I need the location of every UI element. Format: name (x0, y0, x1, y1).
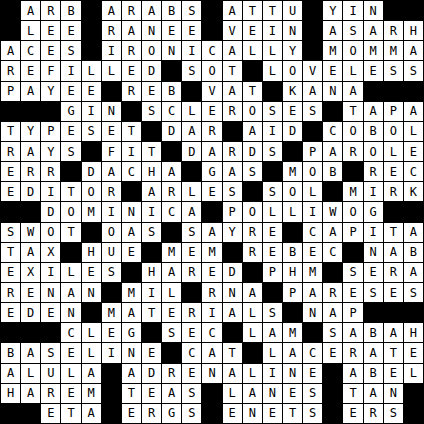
letter-cell-r11c8[interactable]: I (142, 202, 161, 221)
letter-cell-r9c6[interactable]: A (102, 162, 121, 181)
letter-cell-r5c4[interactable]: E (61, 82, 80, 101)
letter-cell-r2c12[interactable]: V (223, 21, 242, 40)
letter-cell-r6c8[interactable]: S (142, 102, 161, 121)
letter-cell-r2c21[interactable]: H (404, 21, 423, 40)
letter-cell-r6c19[interactable]: A (364, 102, 383, 121)
letter-cell-r11c15[interactable]: L (283, 202, 302, 221)
letter-cell-r6c12[interactable]: R (223, 102, 242, 121)
letter-cell-r4c10[interactable]: S (182, 61, 201, 80)
letter-cell-r6c14[interactable]: S (263, 102, 282, 121)
letter-cell-r20c8[interactable]: E (142, 384, 161, 403)
letter-cell-r11c5[interactable]: M (82, 202, 101, 221)
letter-cell-r16c10[interactable]: R (182, 303, 201, 322)
letter-cell-r14c12[interactable]: D (223, 263, 242, 282)
letter-cell-r14c4[interactable]: L (61, 263, 80, 282)
letter-cell-r2c18[interactable]: S (343, 21, 362, 40)
letter-cell-r16c16[interactable]: N (303, 303, 322, 322)
letter-cell-r14c10[interactable]: R (182, 263, 201, 282)
letter-cell-r14c5[interactable]: E (82, 263, 101, 282)
letter-cell-r1c2[interactable]: A (21, 1, 40, 20)
letter-cell-r13c17[interactable]: C (323, 243, 342, 262)
letter-cell-r5c13[interactable]: T (243, 82, 262, 101)
letter-cell-r10c20[interactable]: R (384, 182, 403, 201)
letter-cell-r9c15[interactable]: M (283, 162, 302, 181)
letter-cell-r19c7[interactable]: A (122, 364, 141, 383)
letter-cell-r19c19[interactable]: B (364, 364, 383, 383)
letter-cell-r13c15[interactable]: B (283, 243, 302, 262)
letter-cell-r5c3[interactable]: Y (41, 82, 60, 101)
letter-cell-r11c16[interactable]: I (303, 202, 322, 221)
letter-cell-r17c21[interactable]: H (404, 323, 423, 342)
letter-cell-r18c20[interactable]: T (384, 343, 403, 362)
letter-cell-r20c19[interactable]: A (364, 384, 383, 403)
letter-cell-r5c7[interactable]: R (122, 82, 141, 101)
letter-cell-r8c11[interactable]: A (202, 142, 221, 161)
letter-cell-r20c16[interactable]: S (303, 384, 322, 403)
letter-cell-r19c10[interactable]: E (182, 364, 201, 383)
letter-cell-r14c14[interactable]: P (263, 263, 282, 282)
letter-cell-r12c11[interactable]: A (202, 223, 221, 242)
letter-cell-r4c4[interactable]: I (61, 61, 80, 80)
letter-cell-r12c2[interactable]: W (21, 223, 40, 242)
letter-cell-r11c12[interactable]: P (223, 202, 242, 221)
letter-cell-r9c7[interactable]: C (122, 162, 141, 181)
letter-cell-r12c6[interactable]: O (102, 223, 121, 242)
letter-cell-r10c15[interactable]: O (283, 182, 302, 201)
letter-cell-r8c18[interactable]: R (343, 142, 362, 161)
letter-cell-r7c5[interactable]: S (82, 122, 101, 141)
letter-cell-r6c5[interactable]: I (82, 102, 101, 121)
letter-cell-r11c14[interactable]: L (263, 202, 282, 221)
letter-cell-r2c20[interactable]: R (384, 21, 403, 40)
letter-cell-r1c17[interactable]: Y (323, 1, 342, 20)
letter-cell-r4c16[interactable]: V (303, 61, 322, 80)
letter-cell-r19c2[interactable]: L (21, 364, 40, 383)
letter-cell-r21c9[interactable]: G (162, 404, 181, 423)
letter-cell-r13c3[interactable]: X (41, 243, 60, 262)
letter-cell-r10c10[interactable]: L (182, 182, 201, 201)
letter-cell-r19c3[interactable]: U (41, 364, 60, 383)
letter-cell-r2c15[interactable]: N (283, 21, 302, 40)
letter-cell-r14c2[interactable]: X (21, 263, 40, 282)
letter-cell-r7c7[interactable]: T (122, 122, 141, 141)
letter-cell-r17c20[interactable]: A (384, 323, 403, 342)
letter-cell-r3c9[interactable]: N (162, 41, 181, 60)
letter-cell-r20c10[interactable]: S (182, 384, 201, 403)
letter-cell-r21c20[interactable]: S (384, 404, 403, 423)
letter-cell-r3c21[interactable]: A (404, 41, 423, 60)
letter-cell-r1c7[interactable]: R (122, 1, 141, 20)
letter-cell-r16c17[interactable]: A (323, 303, 342, 322)
letter-cell-r17c7[interactable]: G (122, 323, 141, 342)
letter-cell-r16c6[interactable]: M (102, 303, 121, 322)
letter-cell-r3c1[interactable]: A (1, 41, 20, 60)
letter-cell-r14c8[interactable]: H (142, 263, 161, 282)
letter-cell-r16c8[interactable]: T (142, 303, 161, 322)
letter-cell-r5c8[interactable]: E (142, 82, 161, 101)
letter-cell-r14c21[interactable]: A (404, 263, 423, 282)
letter-cell-r8c3[interactable]: Y (41, 142, 60, 161)
letter-cell-r3c11[interactable]: C (202, 41, 221, 60)
letter-cell-r1c9[interactable]: B (162, 1, 181, 20)
letter-cell-r15c4[interactable]: A (61, 283, 80, 302)
letter-cell-r10c5[interactable]: O (82, 182, 101, 201)
letter-cell-r7c13[interactable]: A (243, 122, 262, 141)
letter-cell-r20c3[interactable]: R (41, 384, 60, 403)
letter-cell-r3c4[interactable]: S (61, 41, 80, 60)
letter-cell-r4c21[interactable]: S (404, 61, 423, 80)
letter-cell-r4c19[interactable]: E (364, 61, 383, 80)
letter-cell-r15c1[interactable]: R (1, 283, 20, 302)
letter-cell-r6c4[interactable]: G (61, 102, 80, 121)
letter-cell-r11c10[interactable]: A (182, 202, 201, 221)
letter-cell-r8c14[interactable]: S (263, 142, 282, 161)
letter-cell-r4c3[interactable]: F (41, 61, 60, 80)
letter-cell-r18c19[interactable]: A (364, 343, 383, 362)
letter-cell-r9c1[interactable]: E (1, 162, 20, 181)
letter-cell-r12c4[interactable]: T (61, 223, 80, 242)
letter-cell-r2c3[interactable]: E (41, 21, 60, 40)
letter-cell-r10c14[interactable]: S (263, 182, 282, 201)
letter-cell-r16c18[interactable]: P (343, 303, 362, 322)
letter-cell-r9c17[interactable]: B (323, 162, 342, 181)
letter-cell-r19c11[interactable]: N (202, 364, 221, 383)
letter-cell-r19c5[interactable]: A (82, 364, 101, 383)
letter-cell-r1c10[interactable]: S (182, 1, 201, 20)
letter-cell-r6c11[interactable]: E (202, 102, 221, 121)
letter-cell-r8c10[interactable]: D (182, 142, 201, 161)
letter-cell-r11c9[interactable]: C (162, 202, 181, 221)
letter-cell-r11c4[interactable]: O (61, 202, 80, 221)
letter-cell-r1c12[interactable]: A (223, 1, 242, 20)
letter-cell-r18c17[interactable]: E (323, 343, 342, 362)
letter-cell-r14c6[interactable]: S (102, 263, 121, 282)
letter-cell-r21c15[interactable]: T (283, 404, 302, 423)
letter-cell-r1c15[interactable]: U (283, 1, 302, 20)
letter-cell-r18c8[interactable]: E (142, 343, 161, 362)
letter-cell-r8c8[interactable]: T (142, 142, 161, 161)
letter-cell-r20c18[interactable]: T (343, 384, 362, 403)
letter-cell-r19c9[interactable]: R (162, 364, 181, 383)
letter-cell-r7c9[interactable]: D (162, 122, 181, 141)
letter-cell-r7c1[interactable]: T (1, 122, 20, 141)
letter-cell-r4c12[interactable]: T (223, 61, 242, 80)
letter-cell-r3c2[interactable]: C (21, 41, 40, 60)
letter-cell-r3c3[interactable]: E (41, 41, 60, 60)
letter-cell-r14c9[interactable]: A (162, 263, 181, 282)
letter-cell-r17c15[interactable]: M (283, 323, 302, 342)
letter-cell-r4c2[interactable]: E (21, 61, 40, 80)
letter-cell-r15c15[interactable]: P (283, 283, 302, 302)
letter-cell-r21c7[interactable]: E (122, 404, 141, 423)
letter-cell-r17c4[interactable]: C (61, 323, 80, 342)
letter-cell-r2c14[interactable]: I (263, 21, 282, 40)
letter-cell-r8c2[interactable]: A (21, 142, 40, 161)
letter-cell-r5c15[interactable]: K (283, 82, 302, 101)
letter-cell-r20c13[interactable]: A (243, 384, 262, 403)
letter-cell-r12c12[interactable]: Y (223, 223, 242, 242)
letter-cell-r21c14[interactable]: E (263, 404, 282, 423)
letter-cell-r10c6[interactable]: R (102, 182, 121, 201)
letter-cell-r10c16[interactable]: L (303, 182, 322, 201)
letter-cell-r3c12[interactable]: A (223, 41, 242, 60)
letter-cell-r1c8[interactable]: A (142, 1, 161, 20)
letter-cell-r18c21[interactable]: E (404, 343, 423, 362)
letter-cell-r14c19[interactable]: E (364, 263, 383, 282)
letter-cell-r19c20[interactable]: E (384, 364, 403, 383)
letter-cell-r11c19[interactable]: G (364, 202, 383, 221)
letter-cell-r14c1[interactable]: E (1, 263, 20, 282)
letter-cell-r3c15[interactable]: Y (283, 41, 302, 60)
letter-cell-r18c15[interactable]: A (283, 343, 302, 362)
letter-cell-r11c6[interactable]: I (102, 202, 121, 221)
letter-cell-r7c4[interactable]: E (61, 122, 80, 141)
letter-cell-r20c9[interactable]: A (162, 384, 181, 403)
letter-cell-r10c19[interactable]: I (364, 182, 383, 201)
letter-cell-r21c13[interactable]: N (243, 404, 262, 423)
letter-cell-r5c2[interactable]: A (21, 82, 40, 101)
letter-cell-r12c21[interactable]: A (404, 223, 423, 242)
letter-cell-r2c10[interactable]: E (182, 21, 201, 40)
letter-cell-r21c5[interactable]: A (82, 404, 101, 423)
letter-cell-r7c2[interactable]: Y (21, 122, 40, 141)
letter-cell-r4c7[interactable]: E (122, 61, 141, 80)
letter-cell-r3c8[interactable]: O (142, 41, 161, 60)
letter-cell-r12c14[interactable]: E (263, 223, 282, 242)
letter-cell-r13c14[interactable]: E (263, 243, 282, 262)
letter-cell-r15c2[interactable]: E (21, 283, 40, 302)
letter-cell-r20c7[interactable]: T (122, 384, 141, 403)
letter-cell-r8c13[interactable]: D (243, 142, 262, 161)
letter-cell-r18c10[interactable]: C (182, 343, 201, 362)
letter-cell-r8c4[interactable]: S (61, 142, 80, 161)
letter-cell-r3c13[interactable]: L (243, 41, 262, 60)
letter-cell-r20c2[interactable]: A (21, 384, 40, 403)
letter-cell-r18c4[interactable]: E (61, 343, 80, 362)
letter-cell-r17c14[interactable]: A (263, 323, 282, 342)
letter-cell-r18c11[interactable]: A (202, 343, 221, 362)
letter-cell-r15c21[interactable]: S (404, 283, 423, 302)
letter-cell-r21c4[interactable]: T (61, 404, 80, 423)
letter-cell-r15c13[interactable]: A (243, 283, 262, 302)
letter-cell-r14c16[interactable]: M (303, 263, 322, 282)
letter-cell-r6c10[interactable]: L (182, 102, 201, 121)
letter-cell-r4c15[interactable]: O (283, 61, 302, 80)
letter-cell-r7c14[interactable]: I (263, 122, 282, 141)
letter-cell-r18c1[interactable]: B (1, 343, 20, 362)
letter-cell-r17c11[interactable]: C (202, 323, 221, 342)
letter-cell-r19c4[interactable]: L (61, 364, 80, 383)
letter-cell-r8c17[interactable]: A (323, 142, 342, 161)
letter-cell-r18c3[interactable]: S (41, 343, 60, 362)
letter-cell-r7c6[interactable]: E (102, 122, 121, 141)
letter-cell-r2c17[interactable]: A (323, 21, 342, 40)
letter-cell-r12c8[interactable]: S (142, 223, 161, 242)
letter-cell-r7c20[interactable]: O (384, 122, 403, 141)
letter-cell-r6c18[interactable]: T (343, 102, 362, 121)
letter-cell-r21c3[interactable]: E (41, 404, 60, 423)
letter-cell-r9c16[interactable]: O (303, 162, 322, 181)
letter-cell-r5c1[interactable]: P (1, 82, 20, 101)
letter-cell-r21c8[interactable]: R (142, 404, 161, 423)
letter-cell-r5c9[interactable]: B (162, 82, 181, 101)
letter-cell-r3c17[interactable]: M (323, 41, 342, 60)
letter-cell-r4c17[interactable]: E (323, 61, 342, 80)
letter-cell-r16c13[interactable]: L (243, 303, 262, 322)
letter-cell-r17c18[interactable]: A (343, 323, 362, 342)
letter-cell-r15c5[interactable]: N (82, 283, 101, 302)
letter-cell-r12c1[interactable]: S (1, 223, 20, 242)
letter-cell-r18c14[interactable]: L (263, 343, 282, 362)
letter-cell-r19c21[interactable]: L (404, 364, 423, 383)
letter-cell-r13c16[interactable]: E (303, 243, 322, 262)
letter-cell-r18c5[interactable]: L (82, 343, 101, 362)
letter-cell-r7c19[interactable]: B (364, 122, 383, 141)
letter-cell-r8c16[interactable]: P (303, 142, 322, 161)
letter-cell-r12c20[interactable]: T (384, 223, 403, 242)
letter-cell-r15c20[interactable]: E (384, 283, 403, 302)
letter-cell-r3c19[interactable]: M (364, 41, 383, 60)
letter-cell-r17c5[interactable]: L (82, 323, 101, 342)
letter-cell-r19c18[interactable]: A (343, 364, 362, 383)
letter-cell-r18c16[interactable]: C (303, 343, 322, 362)
letter-cell-r21c18[interactable]: E (343, 404, 362, 423)
letter-cell-r3c7[interactable]: R (122, 41, 141, 60)
letter-cell-r3c14[interactable]: L (263, 41, 282, 60)
letter-cell-r20c14[interactable]: N (263, 384, 282, 403)
letter-cell-r4c11[interactable]: O (202, 61, 221, 80)
letter-cell-r4c18[interactable]: L (343, 61, 362, 80)
letter-cell-r13c21[interactable]: B (404, 243, 423, 262)
letter-cell-r10c3[interactable]: I (41, 182, 60, 201)
letter-cell-r2c19[interactable]: A (364, 21, 383, 40)
letter-cell-r6c6[interactable]: N (102, 102, 121, 121)
letter-cell-r6c20[interactable]: P (384, 102, 403, 121)
letter-cell-r13c1[interactable]: T (1, 243, 20, 262)
letter-cell-r13c19[interactable]: N (364, 243, 383, 262)
letter-cell-r5c11[interactable]: V (202, 82, 221, 101)
letter-cell-r6c21[interactable]: A (404, 102, 423, 121)
letter-cell-r20c5[interactable]: M (82, 384, 101, 403)
letter-cell-r10c21[interactable]: K (404, 182, 423, 201)
letter-cell-r13c10[interactable]: E (182, 243, 201, 262)
letter-cell-r17c9[interactable]: S (162, 323, 181, 342)
letter-cell-r6c9[interactable]: C (162, 102, 181, 121)
letter-cell-r21c10[interactable]: S (182, 404, 201, 423)
letter-cell-r15c8[interactable]: I (142, 283, 161, 302)
letter-cell-r1c6[interactable]: A (102, 1, 121, 20)
letter-cell-r19c13[interactable]: L (243, 364, 262, 383)
letter-cell-r8c1[interactable]: R (1, 142, 20, 161)
letter-cell-r12c13[interactable]: R (243, 223, 262, 242)
letter-cell-r10c1[interactable]: E (1, 182, 20, 201)
letter-cell-r19c12[interactable]: A (223, 364, 242, 383)
letter-cell-r10c12[interactable]: S (223, 182, 242, 201)
letter-cell-r7c10[interactable]: A (182, 122, 201, 141)
letter-cell-r5c16[interactable]: A (303, 82, 322, 101)
letter-cell-r16c14[interactable]: S (263, 303, 282, 322)
letter-cell-r4c6[interactable]: L (102, 61, 121, 80)
letter-cell-r14c15[interactable]: H (283, 263, 302, 282)
letter-cell-r15c17[interactable]: R (323, 283, 342, 302)
letter-cell-r9c5[interactable]: D (82, 162, 101, 181)
letter-cell-r11c17[interactable]: W (323, 202, 342, 221)
letter-cell-r9c12[interactable]: A (223, 162, 242, 181)
letter-cell-r9c19[interactable]: R (364, 162, 383, 181)
letter-cell-r1c18[interactable]: I (343, 1, 362, 20)
letter-cell-r16c11[interactable]: I (202, 303, 221, 322)
letter-cell-r15c18[interactable]: E (343, 283, 362, 302)
letter-cell-r2c2[interactable]: L (21, 21, 40, 40)
letter-cell-r9c2[interactable]: R (21, 162, 40, 181)
letter-cell-r17c19[interactable]: B (364, 323, 383, 342)
letter-cell-r13c2[interactable]: A (21, 243, 40, 262)
letter-cell-r1c3[interactable]: R (41, 1, 60, 20)
letter-cell-r13c7[interactable]: E (122, 243, 141, 262)
letter-cell-r9c20[interactable]: E (384, 162, 403, 181)
letter-cell-r2c4[interactable]: E (61, 21, 80, 40)
letter-cell-r9c3[interactable]: R (41, 162, 60, 181)
letter-cell-r15c11[interactable]: R (202, 283, 221, 302)
letter-cell-r18c18[interactable]: R (343, 343, 362, 362)
letter-cell-r4c8[interactable]: D (142, 61, 161, 80)
letter-cell-r17c6[interactable]: E (102, 323, 121, 342)
letter-cell-r14c3[interactable]: I (41, 263, 60, 282)
letter-cell-r19c16[interactable]: E (303, 364, 322, 383)
letter-cell-r10c8[interactable]: A (142, 182, 161, 201)
letter-cell-r12c7[interactable]: A (122, 223, 141, 242)
letter-cell-r16c2[interactable]: D (21, 303, 40, 322)
letter-cell-r4c1[interactable]: R (1, 61, 20, 80)
letter-cell-r7c3[interactable]: P (41, 122, 60, 141)
letter-cell-r21c16[interactable]: S (303, 404, 322, 423)
letter-cell-r12c3[interactable]: O (41, 223, 60, 242)
letter-cell-r12c10[interactable]: S (182, 223, 201, 242)
letter-cell-r10c2[interactable]: D (21, 182, 40, 201)
letter-cell-r8c20[interactable]: L (384, 142, 403, 161)
letter-cell-r19c8[interactable]: D (142, 364, 161, 383)
letter-cell-r19c15[interactable]: N (283, 364, 302, 383)
letter-cell-r5c12[interactable]: A (223, 82, 242, 101)
letter-cell-r16c12[interactable]: A (223, 303, 242, 322)
letter-cell-r13c11[interactable]: M (202, 243, 221, 262)
letter-cell-r9c13[interactable]: S (243, 162, 262, 181)
letter-cell-r8c7[interactable]: I (122, 142, 141, 161)
letter-cell-r2c7[interactable]: A (122, 21, 141, 40)
letter-cell-r8c6[interactable]: F (102, 142, 121, 161)
letter-cell-r4c14[interactable]: L (263, 61, 282, 80)
letter-cell-r10c11[interactable]: E (202, 182, 221, 201)
letter-cell-r18c2[interactable]: A (21, 343, 40, 362)
letter-cell-r2c6[interactable]: R (102, 21, 121, 40)
letter-cell-r7c17[interactable]: C (323, 122, 342, 141)
letter-cell-r17c17[interactable]: S (323, 323, 342, 342)
letter-cell-r1c14[interactable]: T (263, 1, 282, 20)
letter-cell-r3c6[interactable]: I (102, 41, 121, 60)
letter-cell-r9c21[interactable]: C (404, 162, 423, 181)
letter-cell-r11c7[interactable]: N (122, 202, 141, 221)
letter-cell-r18c7[interactable]: N (122, 343, 141, 362)
letter-cell-r18c6[interactable]: I (102, 343, 121, 362)
letter-cell-r15c12[interactable]: N (223, 283, 242, 302)
letter-cell-r1c19[interactable]: N (364, 1, 383, 20)
letter-cell-r11c13[interactable]: O (243, 202, 262, 221)
letter-cell-r4c5[interactable]: L (82, 61, 101, 80)
letter-cell-r5c18[interactable]: A (343, 82, 362, 101)
letter-cell-r13c13[interactable]: R (243, 243, 262, 262)
letter-cell-r15c19[interactable]: S (364, 283, 383, 302)
letter-cell-r14c20[interactable]: R (384, 263, 403, 282)
